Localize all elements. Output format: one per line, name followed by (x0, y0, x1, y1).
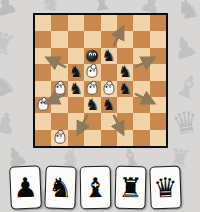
chess-board[interactable]: ♞♞♞♞♞♞♞ (33, 13, 168, 148)
board-pieces[interactable]: ♞♞♞♞♞♞♞ (35, 15, 166, 146)
white-pawn[interactable] (87, 82, 98, 94)
white-pawn[interactable] (38, 99, 49, 111)
black-knight[interactable]: ♞ (102, 48, 116, 64)
pawn-eye (57, 86, 59, 88)
pawn-eye (106, 86, 108, 88)
white-pawn[interactable] (87, 66, 98, 78)
pawn-eye (93, 86, 95, 88)
pawn-eye (90, 86, 92, 88)
pawn-eye (109, 86, 111, 88)
piece-picker-toolbar: ♟♞♝♜♛ (10, 166, 196, 210)
black-knight[interactable]: ♞ (102, 97, 116, 113)
pawn-eye (93, 69, 95, 71)
bishop-icon: ♝ (83, 174, 108, 201)
pawn-eye (40, 102, 42, 104)
pawn-eye (57, 135, 59, 137)
background-piece-glyph: ♟ (168, 31, 200, 65)
black-knight[interactable]: ♞ (118, 80, 132, 96)
white-pawn[interactable] (103, 82, 114, 94)
pawn-eye (60, 86, 62, 88)
pawn-button[interactable]: ♟ (9, 165, 42, 209)
pawn-icon: ♟ (13, 173, 38, 201)
rook-button[interactable]: ♜ (114, 166, 146, 210)
white-pawn[interactable] (54, 82, 65, 94)
background-piece-glyph: ♞ (0, 66, 20, 105)
background-piece-glyph: ♞ (174, 0, 200, 24)
black-knight[interactable]: ♞ (69, 80, 83, 96)
pawn-eye (90, 69, 92, 71)
background-piece-glyph: ♟ (0, 108, 20, 141)
rook-icon: ♜ (118, 174, 143, 202)
pawn-eye (44, 102, 46, 104)
knight-icon: ♞ (48, 174, 73, 202)
ball-eye (93, 53, 96, 57)
queen-icon: ♛ (153, 174, 178, 202)
background-piece-glyph: ♜ (0, 27, 19, 62)
background-piece-glyph: ♟ (0, 0, 20, 21)
pawn-eye (60, 135, 62, 137)
background-piece-glyph: ♛ (170, 106, 200, 140)
white-pawn[interactable] (54, 132, 65, 144)
bishop-button[interactable]: ♝ (80, 166, 112, 210)
black-ball[interactable] (86, 50, 98, 62)
black-knight[interactable]: ♞ (85, 97, 99, 113)
knight-button[interactable]: ♞ (44, 165, 76, 209)
background-piece-glyph: ♝ (169, 68, 200, 106)
ball-eye (89, 53, 92, 57)
queen-button[interactable]: ♛ (149, 165, 181, 209)
